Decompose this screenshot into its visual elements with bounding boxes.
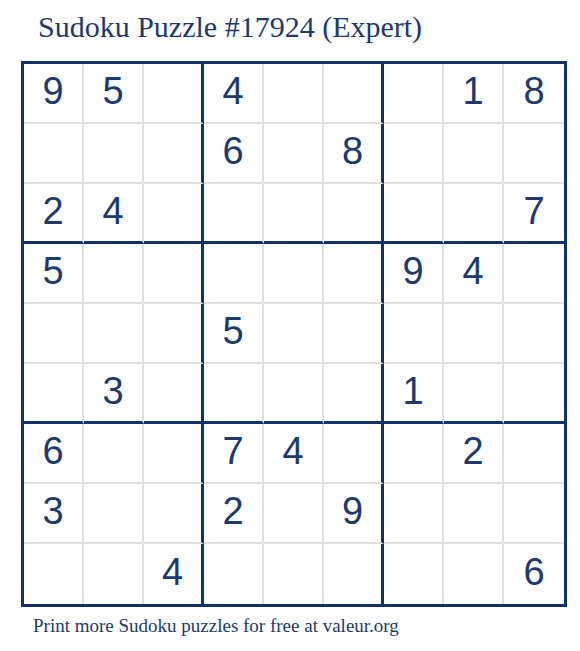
cell-r6c4[interactable]: [204, 364, 264, 424]
cell-r1c6[interactable]: [324, 64, 384, 124]
cell-r4c8: 4: [444, 244, 504, 304]
cell-r5c7[interactable]: [384, 304, 444, 364]
cell-r3c4[interactable]: [204, 184, 264, 244]
page-root: { "game": "sudoku", "title": "Sudoku Puz…: [0, 0, 580, 651]
cell-r6c7: 1: [384, 364, 444, 424]
cell-r6c8[interactable]: [444, 364, 504, 424]
cell-r2c9[interactable]: [504, 124, 564, 184]
cell-r6c9[interactable]: [504, 364, 564, 424]
cell-r8c1: 3: [24, 484, 84, 544]
cell-r7c9[interactable]: [504, 424, 564, 484]
cell-r4c3[interactable]: [144, 244, 204, 304]
cell-r9c4[interactable]: [204, 544, 264, 604]
cell-r5c8[interactable]: [444, 304, 504, 364]
cell-r7c7[interactable]: [384, 424, 444, 484]
cell-r3c5[interactable]: [264, 184, 324, 244]
cell-r8c7[interactable]: [384, 484, 444, 544]
cell-r8c4: 2: [204, 484, 264, 544]
cell-r4c1: 5: [24, 244, 84, 304]
cell-r5c9[interactable]: [504, 304, 564, 364]
cell-r4c9[interactable]: [504, 244, 564, 304]
cell-r3c3[interactable]: [144, 184, 204, 244]
cell-r9c3: 4: [144, 544, 204, 604]
cell-r9c7[interactable]: [384, 544, 444, 604]
cell-r6c3[interactable]: [144, 364, 204, 424]
cell-r1c8: 1: [444, 64, 504, 124]
cell-r3c9: 7: [504, 184, 564, 244]
cell-r8c6: 9: [324, 484, 384, 544]
cell-r7c5: 4: [264, 424, 324, 484]
cell-r8c2[interactable]: [84, 484, 144, 544]
cell-r8c8[interactable]: [444, 484, 504, 544]
cell-r6c5[interactable]: [264, 364, 324, 424]
cell-r9c1[interactable]: [24, 544, 84, 604]
cell-r7c6[interactable]: [324, 424, 384, 484]
cell-r7c8: 2: [444, 424, 504, 484]
cell-r2c1[interactable]: [24, 124, 84, 184]
cell-r2c6: 8: [324, 124, 384, 184]
cell-r1c2: 5: [84, 64, 144, 124]
cell-r2c4: 6: [204, 124, 264, 184]
cell-r9c8[interactable]: [444, 544, 504, 604]
cell-r2c5[interactable]: [264, 124, 324, 184]
cell-r9c9: 6: [504, 544, 564, 604]
cell-r1c5[interactable]: [264, 64, 324, 124]
cell-r5c3[interactable]: [144, 304, 204, 364]
cell-r3c6[interactable]: [324, 184, 384, 244]
cell-r1c7[interactable]: [384, 64, 444, 124]
cell-r1c1: 9: [24, 64, 84, 124]
cell-r6c2: 3: [84, 364, 144, 424]
cell-r3c8[interactable]: [444, 184, 504, 244]
cell-r4c2[interactable]: [84, 244, 144, 304]
sudoku-board: 9541868247594531674232946: [21, 61, 567, 607]
cell-r2c7[interactable]: [384, 124, 444, 184]
cell-r4c7: 9: [384, 244, 444, 304]
cell-r3c7[interactable]: [384, 184, 444, 244]
cell-r7c1: 6: [24, 424, 84, 484]
cell-r8c3[interactable]: [144, 484, 204, 544]
cell-r3c1: 2: [24, 184, 84, 244]
cell-r1c4: 4: [204, 64, 264, 124]
cell-r5c2[interactable]: [84, 304, 144, 364]
cell-r8c9[interactable]: [504, 484, 564, 544]
cell-r7c4: 7: [204, 424, 264, 484]
cell-r2c2[interactable]: [84, 124, 144, 184]
cell-r9c6[interactable]: [324, 544, 384, 604]
cell-r4c6[interactable]: [324, 244, 384, 304]
cell-r7c3[interactable]: [144, 424, 204, 484]
cell-r2c3[interactable]: [144, 124, 204, 184]
cell-r3c2: 4: [84, 184, 144, 244]
cell-r1c3[interactable]: [144, 64, 204, 124]
cell-r8c5[interactable]: [264, 484, 324, 544]
footer-text: Print more Sudoku puzzles for free at va…: [33, 615, 399, 637]
cell-r5c6[interactable]: [324, 304, 384, 364]
cell-r5c1[interactable]: [24, 304, 84, 364]
cell-r6c1[interactable]: [24, 364, 84, 424]
cell-r5c4: 5: [204, 304, 264, 364]
cell-r1c9: 8: [504, 64, 564, 124]
page-title: Sudoku Puzzle #17924 (Expert): [38, 10, 422, 44]
cell-r4c4[interactable]: [204, 244, 264, 304]
cell-r9c2[interactable]: [84, 544, 144, 604]
cell-r9c5[interactable]: [264, 544, 324, 604]
cell-r5c5[interactable]: [264, 304, 324, 364]
cell-r6c6[interactable]: [324, 364, 384, 424]
cell-r7c2[interactable]: [84, 424, 144, 484]
cell-r4c5[interactable]: [264, 244, 324, 304]
cell-r2c8[interactable]: [444, 124, 504, 184]
